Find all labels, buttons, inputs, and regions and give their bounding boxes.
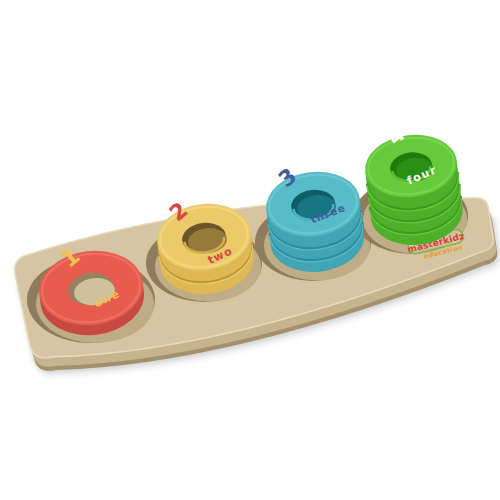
toy-scene: masterkidz education 4 four 3 three bbox=[0, 0, 500, 500]
product-photo: masterkidz education 4 four 3 three bbox=[0, 0, 500, 500]
